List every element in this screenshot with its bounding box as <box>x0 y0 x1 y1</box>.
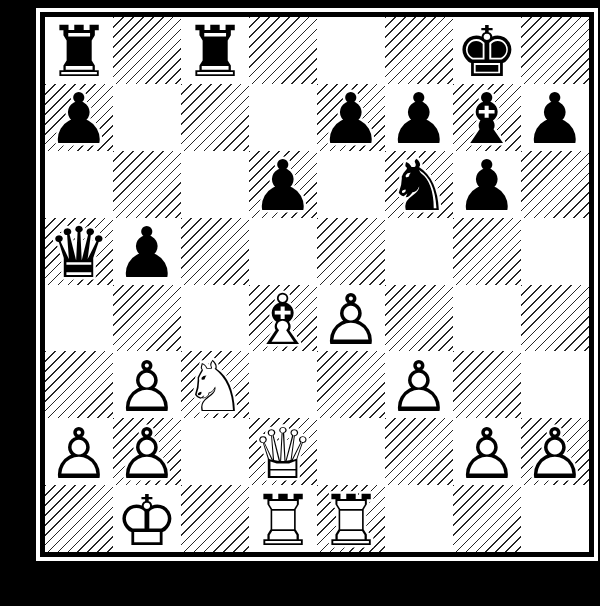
black-pawn-piece[interactable]: ♟ <box>521 86 589 153</box>
black-pawn-halo: ♟ <box>453 153 521 220</box>
white-king-piece[interactable]: ♔ <box>113 487 181 554</box>
white-pawn-halo: ♟ <box>113 420 181 487</box>
white-pawn-halo: ♟ <box>317 287 385 354</box>
black-queen-halo: ♛ <box>45 220 113 287</box>
square-c3[interactable]: ♞♘ <box>181 351 249 418</box>
white-bishop-piece[interactable]: ♗ <box>249 287 317 354</box>
black-pawn-piece[interactable]: ♟ <box>113 220 181 287</box>
black-rook-piece[interactable]: ♜ <box>181 19 249 86</box>
square-f1[interactable] <box>385 485 453 552</box>
square-g3[interactable] <box>453 351 521 418</box>
black-pawn-piece[interactable]: ♟ <box>453 153 521 220</box>
white-pawn-halo: ♟ <box>385 353 453 420</box>
square-c2[interactable] <box>181 418 249 485</box>
white-bishop-halo: ♝ <box>249 287 317 354</box>
white-queen-piece[interactable]: ♕ <box>249 420 317 487</box>
square-h4[interactable] <box>521 285 589 352</box>
square-b2[interactable]: ♟♙ <box>113 418 181 485</box>
square-e3[interactable] <box>317 351 385 418</box>
square-b1[interactable]: ♚♔ <box>113 485 181 552</box>
chess-board: ♜♜♜♜♚♚♟♟♟♟♟♟♝♝♟♟♟♟♞♞♟♟♛♛♟♟♝♗♟♙♟♙♞♘♟♙♟♙♟♙… <box>45 17 589 552</box>
black-king-piece[interactable]: ♚ <box>453 19 521 86</box>
square-f7[interactable]: ♟♟ <box>385 84 453 151</box>
square-f5[interactable] <box>385 218 453 285</box>
square-d3[interactable] <box>249 351 317 418</box>
square-e8[interactable] <box>317 17 385 84</box>
black-pawn-piece[interactable]: ♟ <box>385 86 453 153</box>
white-pawn-piece[interactable]: ♙ <box>385 353 453 420</box>
square-a7[interactable]: ♟♟ <box>45 84 113 151</box>
black-pawn-halo: ♟ <box>45 86 113 153</box>
black-pawn-piece[interactable]: ♟ <box>317 86 385 153</box>
black-pawn-halo: ♟ <box>249 153 317 220</box>
square-c1[interactable] <box>181 485 249 552</box>
white-pawn-piece[interactable]: ♙ <box>113 353 181 420</box>
square-c5[interactable] <box>181 218 249 285</box>
square-d8[interactable] <box>249 17 317 84</box>
white-pawn-halo: ♟ <box>521 420 589 487</box>
square-f4[interactable] <box>385 285 453 352</box>
square-e2[interactable] <box>317 418 385 485</box>
white-pawn-halo: ♟ <box>113 353 181 420</box>
square-c8[interactable]: ♜♜ <box>181 17 249 84</box>
square-h5[interactable] <box>521 218 589 285</box>
white-king-halo: ♚ <box>113 487 181 554</box>
square-b3[interactable]: ♟♙ <box>113 351 181 418</box>
square-g4[interactable] <box>453 285 521 352</box>
square-g2[interactable]: ♟♙ <box>453 418 521 485</box>
white-pawn-halo: ♟ <box>453 420 521 487</box>
square-f8[interactable] <box>385 17 453 84</box>
square-e7[interactable]: ♟♟ <box>317 84 385 151</box>
black-bishop-halo: ♝ <box>453 86 521 153</box>
black-pawn-piece[interactable]: ♟ <box>249 153 317 220</box>
black-king-halo: ♚ <box>453 19 521 86</box>
square-g6[interactable]: ♟♟ <box>453 151 521 218</box>
black-pawn-halo: ♟ <box>521 86 589 153</box>
black-pawn-halo: ♟ <box>317 86 385 153</box>
white-knight-halo: ♞ <box>181 353 249 420</box>
square-a2[interactable]: ♟♙ <box>45 418 113 485</box>
black-rook-halo: ♜ <box>45 19 113 86</box>
square-d1[interactable]: ♜♖ <box>249 485 317 552</box>
square-h8[interactable] <box>521 17 589 84</box>
board-border: ♜♜♜♜♚♚♟♟♟♟♟♟♝♝♟♟♟♟♞♞♟♟♛♛♟♟♝♗♟♙♟♙♞♘♟♙♟♙♟♙… <box>40 12 594 557</box>
square-c6[interactable] <box>181 151 249 218</box>
square-h6[interactable] <box>521 151 589 218</box>
square-a4[interactable] <box>45 285 113 352</box>
page-background: { "game": "chess", "position": { "fen": … <box>0 0 600 606</box>
square-h7[interactable]: ♟♟ <box>521 84 589 151</box>
white-queen-halo: ♛ <box>249 420 317 487</box>
black-rook-piece[interactable]: ♜ <box>45 19 113 86</box>
square-e4[interactable]: ♟♙ <box>317 285 385 352</box>
square-d5[interactable] <box>249 218 317 285</box>
square-g1[interactable] <box>453 485 521 552</box>
square-b5[interactable]: ♟♟ <box>113 218 181 285</box>
black-knight-halo: ♞ <box>385 153 453 220</box>
square-f3[interactable]: ♟♙ <box>385 351 453 418</box>
square-d6[interactable]: ♟♟ <box>249 151 317 218</box>
square-a5[interactable]: ♛♛ <box>45 218 113 285</box>
square-h2[interactable]: ♟♙ <box>521 418 589 485</box>
square-f2[interactable] <box>385 418 453 485</box>
black-queen-piece[interactable]: ♛ <box>45 220 113 287</box>
white-pawn-halo: ♟ <box>45 420 113 487</box>
square-e5[interactable] <box>317 218 385 285</box>
square-b6[interactable] <box>113 151 181 218</box>
square-g5[interactable] <box>453 218 521 285</box>
black-bishop-piece[interactable]: ♝ <box>453 86 521 153</box>
square-d7[interactable] <box>249 84 317 151</box>
square-g7[interactable]: ♝♝ <box>453 84 521 151</box>
square-a6[interactable] <box>45 151 113 218</box>
white-rook-piece[interactable]: ♖ <box>317 487 385 554</box>
white-pawn-piece[interactable]: ♙ <box>45 420 113 487</box>
square-b8[interactable] <box>113 17 181 84</box>
square-c4[interactable] <box>181 285 249 352</box>
square-d4[interactable]: ♝♗ <box>249 285 317 352</box>
black-knight-piece[interactable]: ♞ <box>385 153 453 220</box>
square-b7[interactable] <box>113 84 181 151</box>
square-a8[interactable]: ♜♜ <box>45 17 113 84</box>
square-d2[interactable]: ♛♕ <box>249 418 317 485</box>
black-pawn-piece[interactable]: ♟ <box>45 86 113 153</box>
white-rook-halo: ♜ <box>317 487 385 554</box>
square-h1[interactable] <box>521 485 589 552</box>
white-pawn-piece[interactable]: ♙ <box>521 420 589 487</box>
square-a1[interactable] <box>45 485 113 552</box>
black-rook-halo: ♜ <box>181 19 249 86</box>
square-b4[interactable] <box>113 285 181 352</box>
white-pawn-piece[interactable]: ♙ <box>113 420 181 487</box>
square-h3[interactable] <box>521 351 589 418</box>
white-knight-piece[interactable]: ♘ <box>181 353 249 420</box>
black-pawn-halo: ♟ <box>113 220 181 287</box>
square-f6[interactable]: ♞♞ <box>385 151 453 218</box>
white-rook-piece[interactable]: ♖ <box>249 487 317 554</box>
black-pawn-halo: ♟ <box>385 86 453 153</box>
white-pawn-piece[interactable]: ♙ <box>453 420 521 487</box>
square-c7[interactable] <box>181 84 249 151</box>
square-a3[interactable] <box>45 351 113 418</box>
white-pawn-piece[interactable]: ♙ <box>317 287 385 354</box>
white-rook-halo: ♜ <box>249 487 317 554</box>
square-e6[interactable] <box>317 151 385 218</box>
square-g8[interactable]: ♚♚ <box>453 17 521 84</box>
square-e1[interactable]: ♜♖ <box>317 485 385 552</box>
board-frame: ♜♜♜♜♚♚♟♟♟♟♟♟♝♝♟♟♟♟♞♞♟♟♛♛♟♟♝♗♟♙♟♙♞♘♟♙♟♙♟♙… <box>36 8 598 561</box>
